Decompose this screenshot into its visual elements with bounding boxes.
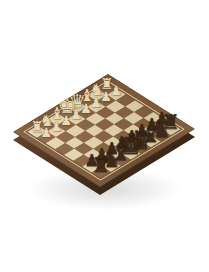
pieces-layer: ♜♞♝♛♚♝♞♜♟♟♟♟♟♟♟♟♟♟♟♟♟♟♟♟♜♞♝♛♚♝♞♜ — [0, 0, 209, 272]
product-photo: ♜♞♝♛♚♝♞♜♟♟♟♟♟♟♟♟♟♟♟♟♟♟♟♟♜♞♝♛♚♝♞♜ — [0, 0, 209, 272]
white-pawn: ♟ — [40, 127, 52, 140]
black-rook: ♜ — [92, 155, 111, 176]
